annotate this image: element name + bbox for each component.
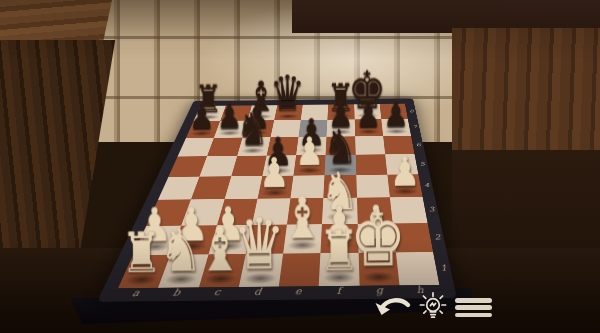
piece-white-bishop-e2[interactable]: ♝ [283,224,322,254]
menu-bar [455,313,492,318]
queen-glyph: ♛ [270,69,305,117]
king-glyph: ♚ [350,201,407,278]
piece-black-pawn-g7[interactable]: ♟ [354,119,383,136]
board-scene: abcdefgh 87654321 ♜♝♛♜♚♟♟♟♟♟♟♞♟♟♟♞♟♟♞♟♟♟… [0,0,600,333]
knight-glyph: ♞ [158,220,202,280]
menu-bar [455,298,492,303]
app-screen: abcdefgh 87654321 ♜♝♛♜♚♟♟♟♟♟♟♞♟♟♟♞♟♟♞♟♟♟… [0,0,600,333]
piece-white-king-g1[interactable]: ♚ [358,252,399,286]
pawn-glyph: ♟ [355,97,381,132]
piece-black-pawn-h7[interactable]: ♟ [381,119,411,136]
pawn-glyph: ♟ [390,151,421,193]
rook-glyph: ♜ [120,225,161,281]
piece-white-queen-d1[interactable]: ♛ [239,253,284,287]
menu-button[interactable] [455,298,492,317]
queen-glyph: ♛ [233,208,286,280]
menu-bar [455,305,492,310]
undo-button[interactable] [372,296,412,321]
hint-lightbulb-button[interactable] [418,290,448,323]
chess-board: abcdefgh 87654321 ♜♝♛♜♚♟♟♟♟♟♟♞♟♟♟♞♟♟♞♟♟♟… [97,99,457,302]
pieces-layer: ♜♝♛♜♚♟♟♟♟♟♟♞♟♟♟♞♟♟♞♟♟♟♝♟♟♜♞♝♛♜♚ [118,104,439,288]
pawn-glyph: ♟ [383,97,409,132]
pawn-glyph: ♟ [188,99,214,134]
